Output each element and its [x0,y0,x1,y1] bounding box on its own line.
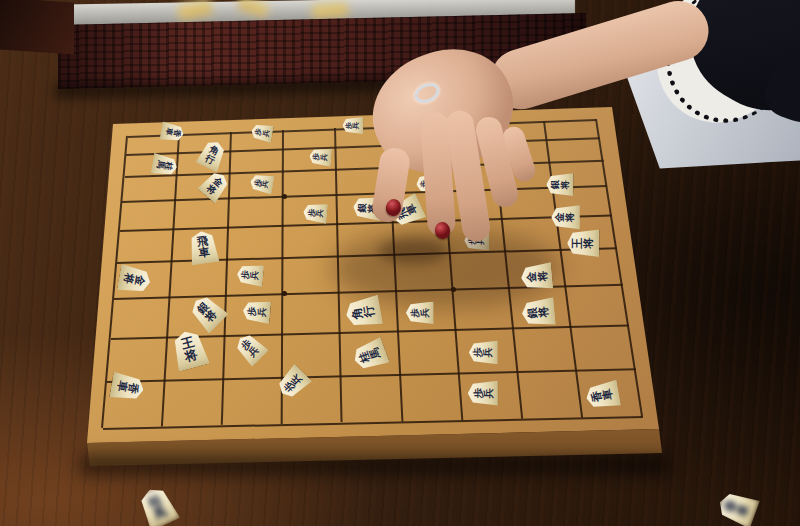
piece-kanji: 兵 [250,271,260,281]
board-shadow [80,455,670,475]
piece-kanji: 馬 [156,159,166,169]
piece-box-corner [0,0,74,55]
piece-kanji: 将 [537,271,549,282]
piece-kanji: 兵 [353,121,360,128]
piece-kanji: 兵 [483,347,493,357]
piece-kanji: 車 [198,246,211,259]
piece-kanji: 兵 [247,345,261,359]
piece-kanji: 行 [362,304,376,318]
piece-kanji: 兵 [261,179,270,188]
photo-scene: 香車桂馬角行金将歩兵歩兵歩兵歩兵歩兵歩兵銀将歩兵飛車金将歩兵銀将歩兵歩兵王将歩兵… [0,0,800,526]
piece-kanji: 兵 [320,153,328,161]
piece-kanji: 車 [164,127,173,136]
piece-kanji: 行 [204,153,216,166]
piece-kanji: 兵 [261,129,269,137]
piece-kanji: 車 [602,388,615,401]
piece-kanji: 将 [123,273,135,285]
piece-kanji: 金 [134,275,146,287]
piece-kanji: 兵 [483,388,494,398]
piece-kanji: 兵 [315,209,324,218]
piece-kanji: 馬 [152,504,169,522]
piece-kanji: 兵 [420,308,430,317]
piece-kanji: 馬 [368,346,382,360]
piece-kanji: 将 [583,237,594,248]
piece-kanji: 車 [115,380,128,393]
piece-kanji: 将 [184,348,200,364]
loose-piece-in-box [311,1,348,19]
piece-kanji: 将 [565,212,575,222]
piece-kanji: 王 [572,237,583,248]
lifted-piece-shadow [378,238,448,264]
piece-kanji: 将 [560,180,569,189]
piece-kanji: 車 [405,202,419,216]
piece-kanji: 車 [735,503,751,519]
piece-kanji: 兵 [257,307,267,317]
piece-kanji: 将 [538,306,550,318]
